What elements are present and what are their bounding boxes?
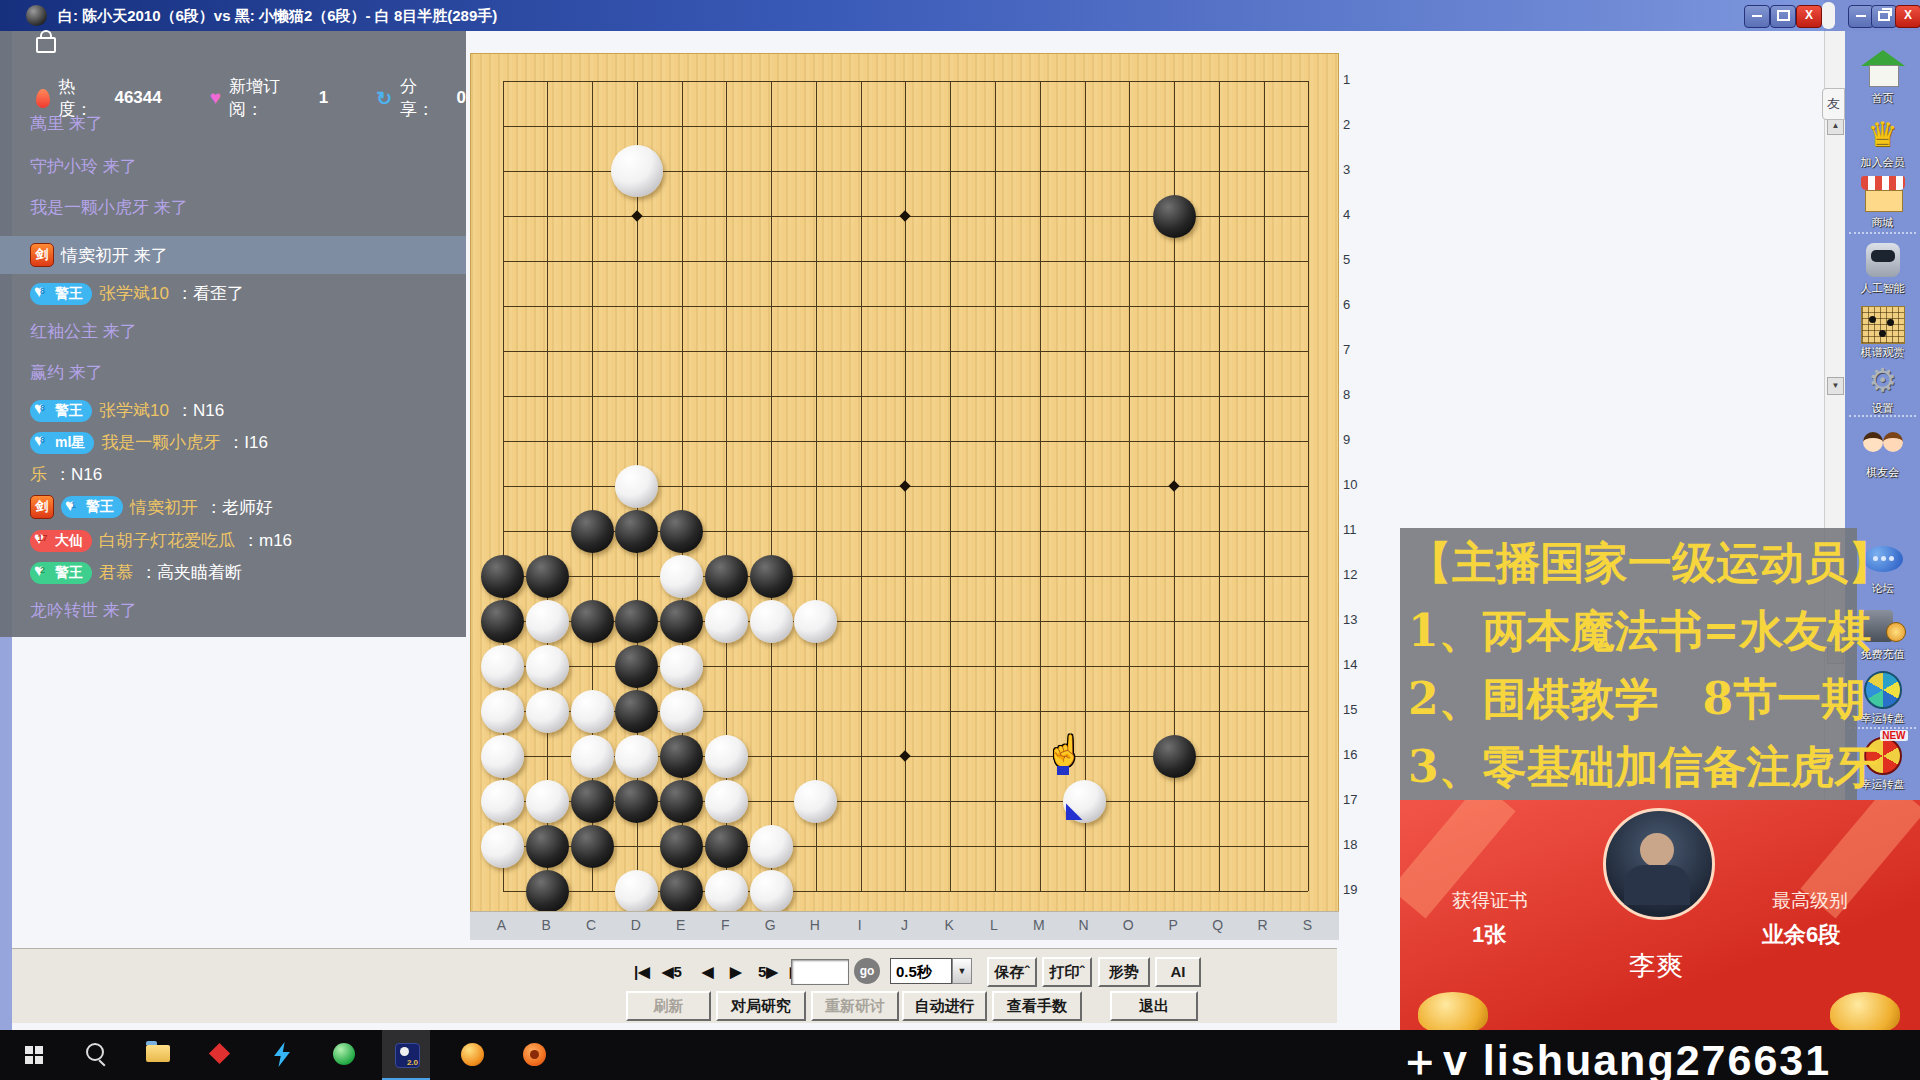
lock-icon (36, 37, 56, 53)
chat-message: ♥2警王君慕：高夹瞄着断 (30, 561, 242, 584)
coordinate-letter: J (895, 917, 913, 933)
chat-message: 守护小玲 来了 (30, 155, 137, 178)
white-stone (794, 780, 837, 823)
badge-heart-icon: ♥8 (34, 285, 51, 302)
white-stone (750, 825, 793, 868)
chat-username[interactable]: 张学斌10 (99, 282, 169, 305)
coordinate-number: 19 (1343, 882, 1371, 897)
sword-badge-icon: 剑 (30, 243, 54, 267)
fan-badge: ♥2警王 (30, 562, 92, 584)
panel-tab-nub (1822, 2, 1835, 29)
chat-username[interactable]: 乐 (30, 463, 47, 486)
badge-label: 警王 (55, 564, 83, 582)
nav-forward-button[interactable]: ▶ (730, 963, 742, 981)
black-stone (615, 600, 658, 643)
window-title: 白: 陈小天2010（6段）vs 黑: 小懒猫2（6段）- 白 8目半胜(289… (58, 0, 497, 31)
new-badge: NEW (1880, 730, 1907, 741)
coordinate-number: 14 (1343, 657, 1371, 672)
coordinate-letter: K (940, 917, 958, 933)
grid-line (503, 81, 1309, 82)
sidebar-item-settings[interactable]: ⚙设置 (1845, 360, 1920, 414)
promo-line: 【主播国家一级运动员】 (1408, 530, 1868, 596)
join-message: 守护小玲 来了 (30, 155, 137, 178)
chat-text: ：老师好 (205, 496, 273, 519)
chat-username[interactable]: 情窦初开 (130, 496, 198, 519)
chat-text: ：看歪了 (176, 282, 244, 305)
subscribe-stat: ♥ 新增订阅：1 (210, 75, 328, 121)
badge-level: 17 (34, 533, 51, 543)
search-icon (86, 1043, 104, 1061)
watermark-text: ＋v lishuang276631 (1398, 1032, 1831, 1080)
cert-label: 获得证书 (1452, 888, 1528, 914)
vip-icon: ♛ (1860, 114, 1906, 154)
heart-icon: ♥ (210, 87, 221, 109)
coordinate-number: 8 (1343, 387, 1371, 402)
badge-heart-icon: ♥8 (34, 434, 51, 451)
friends-tab[interactable]: 友 (1822, 88, 1845, 120)
chat-username[interactable]: 君慕 (99, 561, 133, 584)
browser-icon[interactable] (320, 1030, 368, 1080)
chat-message: 乐：N16 (30, 463, 102, 486)
board-letter-coordinates: ABCDEFGHIJKLMNOPQRS (470, 911, 1339, 940)
shop-icon (1860, 174, 1906, 214)
restore-icon (1878, 11, 1890, 21)
settings-icon: ⚙ (1860, 360, 1906, 400)
huya-app-icon (523, 1043, 546, 1066)
home-icon (1860, 50, 1906, 90)
file-explorer-icon[interactable] (134, 1030, 182, 1080)
toolbar-button-2[interactable]: 打印ˆ (1042, 957, 1092, 987)
sidebar-item-club[interactable]: 棋友会 (1845, 424, 1920, 478)
chat-message: ♥8警王张学斌10：看歪了 (30, 282, 244, 305)
white-stone (526, 600, 569, 643)
badge-level: 1 (65, 500, 82, 510)
star-point (631, 210, 642, 221)
action-button-6[interactable]: 退出 (1110, 991, 1198, 1021)
coordinate-letter: C (582, 917, 600, 933)
coordinate-letter: F (716, 917, 734, 933)
window-titlebar: 白: 陈小天2010（6段）vs 黑: 小懒猫2（6段）- 白 8目半胜(289… (0, 0, 1824, 31)
action-button-2[interactable]: 对局研究 (716, 991, 806, 1021)
coordinate-letter: O (1119, 917, 1137, 933)
action-button-5[interactable]: 查看手数 (992, 991, 1082, 1021)
badge-level: 8 (34, 286, 51, 296)
white-stone (750, 600, 793, 643)
streamer-name: 李爽 (1596, 948, 1716, 984)
coordinate-number: 18 (1343, 837, 1371, 852)
fan-badge: ♥17大仙 (30, 530, 92, 552)
black-stone (481, 555, 524, 598)
browser-icon (333, 1043, 355, 1065)
sidebar-label: 首页 (1845, 92, 1920, 104)
black-stone (660, 825, 703, 868)
hand-cursor-icon: ☝ (1046, 733, 1083, 768)
white-stone (615, 870, 658, 913)
grid-line (503, 846, 1309, 847)
level-label: 最高级别 (1772, 888, 1848, 914)
white-stone (705, 735, 748, 778)
gold-decor (1418, 992, 1488, 1030)
join-message: 我是一颗小虎牙 来了 (30, 196, 188, 219)
coordinate-number: 2 (1343, 117, 1371, 132)
subscribe-label: 新增订阅： (229, 75, 311, 121)
coordinate-number: 17 (1343, 792, 1371, 807)
white-stone (705, 780, 748, 823)
promo-overlay: 【主播国家一级运动员】 1、两本魔法书=水友棋 2、围棋教学 8节一期 3、零基… (1400, 528, 1857, 800)
board-minimize-button[interactable] (1744, 5, 1770, 28)
join-message: 龙吟转世 来了 (30, 599, 137, 622)
file-explorer-icon (146, 1045, 170, 1062)
toolbar-button-3[interactable]: 形势 (1098, 957, 1150, 987)
black-stone (705, 825, 748, 868)
sword-badge-icon: 剑 (30, 495, 54, 519)
coordinate-letter: L (985, 917, 1003, 933)
coordinate-number: 6 (1343, 297, 1371, 312)
badge-label: 警王 (86, 498, 114, 516)
start-button (25, 1046, 33, 1054)
go-ball-app-icon[interactable] (448, 1030, 496, 1080)
black-stone (1153, 195, 1196, 238)
speed-select[interactable]: 0.5秒 (890, 958, 952, 984)
black-stone (660, 510, 703, 553)
white-stone (615, 465, 658, 508)
white-stone (526, 645, 569, 688)
streamer-avatar (1603, 808, 1715, 920)
black-stone (571, 825, 614, 868)
share-value: 0 (457, 88, 466, 108)
chat-text: ：高夹瞄着断 (140, 561, 242, 584)
sidebar-item-kifu[interactable]: 棋谱观赏 (1845, 304, 1920, 358)
share-label: 分享： (400, 75, 448, 121)
coordinate-letter: E (672, 917, 690, 933)
flame-icon (36, 89, 50, 108)
nav-back-button[interactable]: ◀ (702, 963, 714, 981)
badge-heart-icon: ♥17 (34, 532, 51, 549)
grid-line (503, 396, 1309, 397)
badge-level: 8 (34, 403, 51, 413)
coordinate-number: 15 (1343, 702, 1371, 717)
level-value: 业余6段 (1762, 920, 1840, 950)
start-button[interactable] (10, 1030, 58, 1080)
nav-back5-button[interactable]: ◀5 (662, 963, 682, 981)
coordinate-letter: P (1164, 917, 1182, 933)
go-ball-app-icon (461, 1043, 484, 1066)
maximize-icon (1777, 10, 1790, 21)
black-stone (1153, 735, 1196, 778)
coordinate-letter: B (537, 917, 555, 933)
white-stone (571, 735, 614, 778)
ai-icon (1860, 240, 1906, 280)
app-close-button[interactable]: X (1895, 5, 1920, 28)
chat-message: 红袖公主 来了 (30, 320, 137, 343)
fan-badge: ♥8ml星 (30, 432, 94, 454)
move-number-input[interactable] (791, 959, 849, 985)
sidebar-item-home[interactable]: 首页 (1845, 50, 1920, 104)
chat-username[interactable]: 我是一颗小虎牙 (101, 431, 220, 454)
chat-message: 剑♥1警王情窦初开：老师好 (30, 495, 273, 519)
sidebar-item-shop[interactable]: 商城 (1845, 174, 1920, 228)
gold-decor (1830, 992, 1900, 1030)
black-stone (526, 825, 569, 868)
coordinate-letter: A (493, 917, 511, 933)
black-stone (660, 870, 703, 913)
app-restore-button[interactable] (1871, 5, 1897, 28)
board-maximize-button[interactable] (1770, 5, 1796, 28)
chat-text: ：N16 (176, 399, 224, 422)
sidebar-item-ai[interactable]: 人工智能 (1845, 240, 1920, 294)
chat-message: 我是一颗小虎牙 来了 (30, 196, 188, 219)
black-stone (660, 780, 703, 823)
go-board[interactable] (470, 53, 1339, 913)
chat-text: ：I16 (227, 431, 268, 454)
white-stone (526, 690, 569, 733)
grid-line (503, 126, 1309, 127)
fan-badge: ♥1警王 (61, 496, 123, 518)
coordinate-letter: H (806, 917, 824, 933)
black-stone (615, 645, 658, 688)
badge-heart-icon: ♥2 (34, 564, 51, 581)
sidebar-label: 棋友会 (1845, 466, 1920, 478)
club-icon (1860, 424, 1906, 464)
white-stone (481, 780, 524, 823)
share-stat: ↻ 分享：0 (376, 75, 466, 121)
divider (1849, 232, 1916, 234)
cert-value: 1张 (1472, 920, 1506, 950)
black-stone (481, 600, 524, 643)
badge-heart-icon: ♥1 (65, 499, 82, 516)
hand-cursor-cuff (1057, 766, 1069, 775)
share-icon: ↻ (376, 87, 392, 110)
nav-first-button[interactable]: |◀ (634, 963, 650, 981)
sidebar-label: 加入会员 (1845, 156, 1920, 168)
white-stone (481, 735, 524, 778)
action-button-3: 重新研讨 (811, 991, 899, 1021)
go-app-icon (395, 1043, 420, 1068)
join-message: 情窦初开 来了 (61, 244, 168, 267)
promo-line: 2、围棋教学 8节一期 (1408, 666, 1868, 732)
coordinate-number: 16 (1343, 747, 1371, 762)
red-app-icon (209, 1043, 230, 1064)
speed-dropdown-arrow[interactable]: ▼ (952, 958, 972, 984)
join-message: 红袖公主 来了 (30, 320, 137, 343)
coordinate-letter: G (761, 917, 779, 933)
lightning-app-icon[interactable] (258, 1030, 306, 1080)
board-close-button[interactable]: X (1796, 5, 1822, 28)
sidebar-label: 棋谱观赏 (1845, 346, 1920, 358)
coordinate-number: 10 (1343, 477, 1371, 492)
white-stone (481, 825, 524, 868)
chat-username[interactable]: 张学斌10 (99, 399, 169, 422)
black-stone (615, 780, 658, 823)
black-stone (615, 690, 658, 733)
coordinate-number: 13 (1343, 612, 1371, 627)
promo-line: 1、两本魔法书=水友棋 (1408, 598, 1868, 664)
chat-username[interactable]: 白胡子灯花爱吃瓜 (99, 529, 235, 552)
coordinate-number: 12 (1343, 567, 1371, 582)
black-stone (615, 510, 658, 553)
control-bar: |◀◀5◀▶5▶▶| go 0.5秒 ▼ 保存ˆ打印ˆ形势AI 刷新对局研究重新… (12, 948, 1337, 1023)
chat-text: ：m16 (242, 529, 292, 552)
white-stone (611, 145, 663, 197)
subscribe-value: 1 (319, 88, 328, 108)
black-stone (660, 735, 703, 778)
white-stone (615, 735, 658, 778)
white-stone (481, 690, 524, 733)
grid-line (503, 306, 1309, 307)
white-stone (526, 780, 569, 823)
board-number-coordinates: 12345678910111213141516171819 (1343, 53, 1373, 913)
action-button-1: 刷新 (626, 991, 711, 1021)
kifu-icon (1861, 306, 1905, 344)
nav-forward5-button[interactable]: 5▶ (758, 963, 778, 981)
go-button[interactable]: go (854, 958, 880, 984)
sidebar-item-vip[interactable]: ♛加入会员 (1845, 114, 1920, 168)
black-stone (526, 555, 569, 598)
chat-message: 龙吟转世 来了 (30, 599, 137, 622)
chat-message: 赢约 来了 (30, 361, 103, 384)
search-icon[interactable] (72, 1030, 120, 1080)
divider (1849, 415, 1916, 417)
action-button-4[interactable]: 自动进行 (902, 991, 987, 1021)
white-stone (705, 870, 748, 913)
white-stone (571, 690, 614, 733)
badge-label: 警王 (55, 402, 83, 420)
badge-heart-icon: ♥8 (34, 402, 51, 419)
chat-message: ♥8警王张学斌10：N16 (30, 399, 224, 422)
white-stone (481, 645, 524, 688)
badge-label: 大仙 (55, 532, 83, 550)
coordinate-number: 11 (1343, 522, 1371, 537)
star-point (900, 210, 911, 221)
grid-line (503, 441, 1309, 442)
coordinate-number: 1 (1343, 72, 1371, 87)
coordinate-letter: D (627, 917, 645, 933)
grid-line (1308, 81, 1309, 891)
black-stone (571, 780, 614, 823)
huya-app-icon[interactable] (510, 1030, 558, 1080)
coordinate-letter: N (1075, 917, 1093, 933)
badge-level: 8 (34, 435, 51, 445)
star-point (900, 480, 911, 491)
white-stone (660, 555, 703, 598)
toolbar-button-1[interactable]: 保存ˆ (987, 957, 1037, 987)
badge-level: 2 (34, 565, 51, 575)
coordinate-number: 5 (1343, 252, 1371, 267)
sidebar-label: 设置 (1845, 402, 1920, 414)
grid-line (503, 576, 1309, 577)
chat-overlay: 热度：46344 ♥ 新增订阅：1 ↻ 分享：0 萬里 来了守护小玲 来了我是一… (0, 31, 466, 637)
fan-badge: ♥8警王 (30, 400, 92, 422)
app-icon (26, 5, 47, 26)
screen: 白: 陈小天2010（6段）vs 黑: 小懒猫2（6段）- 白 8目半胜(289… (0, 0, 1920, 1080)
join-message: 萬里 来了 (30, 112, 103, 135)
go-app-icon[interactable] (382, 1030, 430, 1080)
black-stone (705, 555, 748, 598)
coordinate-letter: R (1254, 917, 1272, 933)
sidebar-label: 商城 (1845, 216, 1920, 228)
black-stone (571, 600, 614, 643)
white-stone (660, 690, 703, 733)
badge-label: ml星 (55, 434, 85, 452)
red-app-icon[interactable] (196, 1030, 244, 1080)
star-point (1168, 480, 1179, 491)
black-stone (660, 600, 703, 643)
black-stone (526, 870, 569, 913)
minimize-icon (1752, 15, 1762, 17)
chat-message: ♥8ml星我是一颗小虎牙：I16 (30, 431, 268, 454)
chat-text: ：N16 (54, 463, 102, 486)
chat-message: 剑情窦初开 来了 (30, 243, 168, 267)
white-stone (794, 600, 837, 643)
grid-line (503, 351, 1309, 352)
white-stone (750, 870, 793, 913)
white-stone (660, 645, 703, 688)
coordinate-number: 4 (1343, 207, 1371, 222)
badge-label: 警王 (55, 285, 83, 303)
grid-line (503, 261, 1309, 262)
coordinate-letter: S (1298, 917, 1316, 933)
black-stone (750, 555, 793, 598)
white-stone (705, 600, 748, 643)
streamer-card: 获得证书 1张 最高级别 业余6段 李爽 (1400, 800, 1920, 1030)
black-stone (571, 510, 614, 553)
coordinate-letter: Q (1209, 917, 1227, 933)
chat-message: ♥17大仙白胡子灯花爱吃瓜：m16 (30, 529, 292, 552)
fan-badge: ♥8警王 (30, 283, 92, 305)
chat-message: 萬里 来了 (30, 112, 103, 135)
promo-line: 3、零基础加信备注虎牙 (1408, 734, 1868, 800)
toolbar-button-4[interactable]: AI (1155, 957, 1201, 987)
sidebar-label: 人工智能 (1845, 282, 1920, 294)
minimize-icon (1856, 15, 1866, 17)
coordinate-number: 7 (1343, 342, 1371, 357)
join-message: 赢约 来了 (30, 361, 103, 384)
star-point (900, 750, 911, 761)
heat-value: 46344 (114, 88, 161, 108)
coordinate-letter: I (851, 917, 869, 933)
scroll-down-icon[interactable]: ▼ (1827, 377, 1844, 395)
coordinate-letter: M (1030, 917, 1048, 933)
lightning-app-icon (271, 1042, 293, 1067)
coordinate-number: 3 (1343, 162, 1371, 177)
coordinate-number: 9 (1343, 432, 1371, 447)
